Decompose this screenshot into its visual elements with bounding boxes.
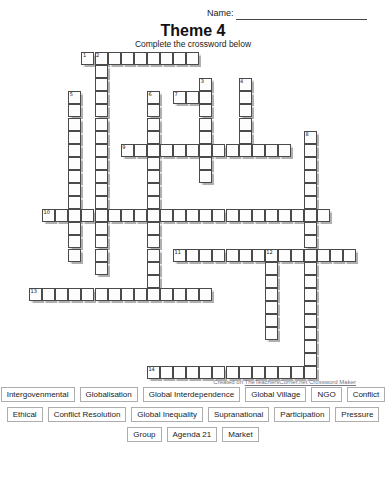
grid-cell[interactable]	[95, 144, 108, 157]
grid-cell[interactable]	[173, 366, 186, 379]
grid-cell[interactable]	[147, 275, 160, 288]
grid-cell[interactable]	[304, 235, 317, 248]
grid-cell[interactable]	[121, 288, 134, 301]
credit-link[interactable]: TheTeachersCorner.net Crossword Maker	[245, 379, 356, 385]
grid-cell[interactable]	[160, 288, 173, 301]
grid-cell[interactable]: 8	[304, 131, 317, 144]
grid-cell[interactable]	[330, 249, 343, 262]
grid-cell[interactable]	[95, 104, 108, 117]
grid-cell[interactable]	[239, 118, 252, 131]
grid-cell[interactable]	[304, 275, 317, 288]
grid-cell[interactable]	[95, 131, 108, 144]
grid-cell[interactable]	[199, 144, 212, 157]
grid-cell[interactable]	[239, 144, 252, 157]
grid-cell[interactable]	[226, 144, 239, 157]
word-bank-item: Global Inequality	[131, 407, 203, 422]
grid-cell[interactable]	[186, 249, 199, 262]
clue-number: 3	[201, 79, 204, 84]
name-label: Name:	[207, 8, 234, 18]
crossword-grid: 1234567891011121314	[29, 52, 357, 380]
word-bank-item: Conflict	[347, 387, 386, 402]
grid-cell[interactable]	[265, 327, 278, 340]
grid-cell[interactable]	[291, 366, 304, 379]
word-bank-item: Ethical	[7, 407, 43, 422]
grid-cell[interactable]	[173, 209, 186, 222]
grid-cell[interactable]	[68, 157, 81, 170]
grid-cell[interactable]	[55, 288, 68, 301]
grid-cell[interactable]	[239, 249, 252, 262]
grid-cell[interactable]	[304, 340, 317, 353]
grid-cell[interactable]	[147, 183, 160, 196]
clue-number: 7	[175, 92, 178, 97]
grid-cell[interactable]	[147, 288, 160, 301]
grid-cell[interactable]	[265, 262, 278, 275]
grid-cell[interactable]	[304, 222, 317, 235]
grid-cell[interactable]	[95, 249, 108, 262]
grid-cell[interactable]	[252, 209, 265, 222]
grid-cell[interactable]: 13	[29, 288, 42, 301]
grid-cell[interactable]	[186, 288, 199, 301]
page-title: Theme 4	[0, 22, 386, 40]
grid-cell[interactable]	[68, 183, 81, 196]
grid-cell[interactable]	[304, 209, 317, 222]
grid-cell[interactable]	[68, 104, 81, 117]
grid-cell[interactable]	[226, 366, 239, 379]
grid-cell[interactable]	[199, 288, 212, 301]
grid-cell[interactable]	[95, 235, 108, 248]
grid-cell[interactable]	[317, 209, 330, 222]
grid-cell[interactable]: 3	[199, 78, 212, 91]
grid-cell[interactable]	[278, 209, 291, 222]
grid-cell[interactable]	[212, 249, 225, 262]
clue-number: 6	[148, 92, 151, 97]
grid-cell[interactable]	[95, 196, 108, 209]
grid-cell[interactable]	[95, 170, 108, 183]
grid-cell[interactable]	[291, 209, 304, 222]
grid-cell[interactable]	[186, 366, 199, 379]
clue-number: 8	[306, 132, 309, 137]
grid-cell[interactable]	[199, 249, 212, 262]
grid-cell[interactable]	[95, 157, 108, 170]
grid-cell[interactable]	[278, 144, 291, 157]
grid-cell[interactable]	[265, 288, 278, 301]
grid-cell[interactable]: 7	[173, 91, 186, 104]
grid-cell[interactable]	[95, 262, 108, 275]
grid-cell[interactable]	[95, 118, 108, 131]
grid-cell[interactable]	[55, 209, 68, 222]
grid-cell[interactable]	[68, 209, 81, 222]
clue-number: 2	[96, 53, 99, 58]
grid-cell[interactable]	[186, 52, 199, 65]
grid-cell[interactable]: 9	[121, 144, 134, 157]
grid-cell[interactable]	[68, 170, 81, 183]
word-bank-row: GroupAgenda 21Market	[127, 427, 258, 442]
grid-cell[interactable]	[304, 314, 317, 327]
grid-cell[interactable]: 6	[147, 91, 160, 104]
grid-cell[interactable]	[265, 314, 278, 327]
clue-number: 5	[70, 92, 73, 97]
grid-cell[interactable]	[147, 222, 160, 235]
grid-cell[interactable]	[265, 209, 278, 222]
grid-cell[interactable]	[317, 249, 330, 262]
grid-cell[interactable]	[147, 131, 160, 144]
grid-cell[interactable]	[108, 288, 121, 301]
grid-cell[interactable]	[160, 52, 173, 65]
grid-cell[interactable]	[304, 144, 317, 157]
grid-cell[interactable]	[343, 249, 356, 262]
grid-cell[interactable]	[304, 301, 317, 314]
grid-cell[interactable]	[304, 262, 317, 275]
word-bank-item: Market	[222, 427, 258, 442]
grid-cell[interactable]	[147, 209, 160, 222]
grid-cell[interactable]	[95, 209, 108, 222]
clue-number: 11	[175, 250, 181, 255]
clue-number: 13	[31, 289, 37, 294]
grid-cell[interactable]	[147, 235, 160, 248]
grid-cell[interactable]	[108, 209, 121, 222]
grid-cell[interactable]	[265, 366, 278, 379]
grid-cell[interactable]	[160, 366, 173, 379]
grid-cell[interactable]: 10	[42, 209, 55, 222]
word-bank-item: Global Interdependence	[143, 387, 240, 402]
grid-cell[interactable]: 5	[68, 91, 81, 104]
word-bank-item: Pressure	[335, 407, 379, 422]
grid-cell[interactable]	[95, 288, 108, 301]
grid-cell[interactable]	[173, 288, 186, 301]
grid-cell[interactable]	[147, 262, 160, 275]
clue-number: 10	[44, 210, 50, 215]
grid-cell[interactable]	[304, 170, 317, 183]
grid-cell[interactable]	[199, 209, 212, 222]
grid-cell[interactable]	[134, 209, 147, 222]
grid-cell[interactable]	[42, 288, 55, 301]
grid-cell[interactable]	[199, 91, 212, 104]
word-bank-item: Conflict Resolution	[48, 407, 127, 422]
grid-cell[interactable]	[226, 209, 239, 222]
grid-cell[interactable]	[239, 131, 252, 144]
grid-cell[interactable]	[68, 235, 81, 248]
grid-cell[interactable]	[304, 288, 317, 301]
grid-cell[interactable]	[160, 209, 173, 222]
grid-cell[interactable]	[199, 170, 212, 183]
grid-cell[interactable]	[186, 91, 199, 104]
grid-cell[interactable]	[199, 118, 212, 131]
grid-cell[interactable]: 4	[239, 78, 252, 91]
grid-cell[interactable]	[134, 144, 147, 157]
grid-cell[interactable]	[95, 183, 108, 196]
grid-cell[interactable]	[199, 366, 212, 379]
grid-cell[interactable]	[212, 209, 225, 222]
grid-cell[interactable]	[304, 183, 317, 196]
grid-cell[interactable]: 1	[81, 52, 94, 65]
grid-cell[interactable]	[147, 118, 160, 131]
grid-cell[interactable]	[239, 209, 252, 222]
credit-prefix: Created on	[213, 379, 244, 385]
grid-cell[interactable]: 12	[265, 249, 278, 262]
clue-number: 1	[83, 53, 86, 58]
grid-cell[interactable]	[278, 249, 291, 262]
word-bank-item: Participation	[274, 407, 330, 422]
grid-cell[interactable]	[121, 209, 134, 222]
grid-cell[interactable]	[186, 144, 199, 157]
grid-cell[interactable]	[252, 144, 265, 157]
grid-cell[interactable]	[81, 209, 94, 222]
grid-cell[interactable]	[304, 353, 317, 366]
grid-cell[interactable]	[252, 249, 265, 262]
grid-cell[interactable]	[68, 249, 81, 262]
grid-cell[interactable]	[265, 275, 278, 288]
grid-cell[interactable]	[68, 222, 81, 235]
grid-cell[interactable]	[81, 288, 94, 301]
grid-cell[interactable]	[134, 288, 147, 301]
grid-cell[interactable]	[239, 366, 252, 379]
clue-number: 4	[240, 79, 243, 84]
grid-cell[interactable]	[304, 249, 317, 262]
grid-cell[interactable]	[304, 366, 317, 379]
word-bank-item: Global Village	[245, 387, 306, 402]
grid-cell[interactable]	[252, 366, 265, 379]
clue-number: 14	[148, 367, 154, 372]
grid-cell[interactable]	[212, 144, 225, 157]
clue-number: 12	[266, 250, 272, 255]
grid-cell[interactable]: 14	[147, 366, 160, 379]
grid-cell[interactable]	[265, 144, 278, 157]
word-bank: IntergovenmentalGlobalisationGlobal Inte…	[0, 387, 386, 442]
name-line[interactable]	[236, 18, 367, 20]
grid-cell[interactable]	[95, 78, 108, 91]
grid-cell[interactable]	[265, 301, 278, 314]
grid-cell[interactable]	[173, 52, 186, 65]
grid-cell[interactable]	[68, 131, 81, 144]
grid-cell[interactable]	[304, 327, 317, 340]
grid-cell[interactable]	[95, 65, 108, 78]
grid-cell[interactable]	[95, 91, 108, 104]
page-subtitle: Complete the crossword below	[0, 39, 386, 49]
grid-cell[interactable]	[147, 170, 160, 183]
grid-cell[interactable]	[147, 104, 160, 117]
grid-cell[interactable]	[304, 157, 317, 170]
grid-cell[interactable]	[108, 52, 121, 65]
grid-cell[interactable]	[68, 288, 81, 301]
word-bank-item: Group	[127, 427, 161, 442]
grid-cell[interactable]	[95, 222, 108, 235]
grid-cell[interactable]	[199, 131, 212, 144]
grid-cell[interactable]	[226, 249, 239, 262]
grid-cell[interactable]	[68, 118, 81, 131]
grid-cell[interactable]	[304, 196, 317, 209]
grid-cell[interactable]	[278, 366, 291, 379]
grid-cell[interactable]	[239, 91, 252, 104]
word-bank-item: Globalisation	[80, 387, 138, 402]
grid-cell[interactable]	[68, 196, 81, 209]
grid-cell[interactable]	[199, 157, 212, 170]
grid-cell[interactable]	[68, 144, 81, 157]
grid-cell[interactable]	[147, 249, 160, 262]
word-bank-row: IntergovenmentalGlobalisationGlobal Inte…	[1, 387, 386, 402]
grid-cell[interactable]: 11	[173, 249, 186, 262]
grid-cell[interactable]	[186, 209, 199, 222]
grid-cell[interactable]	[160, 144, 173, 157]
worksheet: Name: Theme 4 Complete the crossword bel…	[0, 0, 386, 500]
credit-line: Created on TheTeachersCorner.net Crosswo…	[213, 379, 356, 385]
grid-cell[interactable]	[134, 52, 147, 65]
grid-cell[interactable]	[147, 144, 160, 157]
grid-cell[interactable]	[121, 52, 134, 65]
word-bank-item: Agenda 21	[167, 427, 218, 442]
grid-cell[interactable]	[239, 104, 252, 117]
word-bank-item: NGO	[311, 387, 341, 402]
grid-cell[interactable]	[147, 52, 160, 65]
grid-cell[interactable]: 2	[95, 52, 108, 65]
grid-cell[interactable]	[212, 366, 225, 379]
grid-cell[interactable]	[147, 196, 160, 209]
grid-cell[interactable]	[147, 157, 160, 170]
grid-cell[interactable]	[199, 104, 212, 117]
clue-number: 9	[122, 145, 125, 150]
word-bank-item: Supranational	[208, 407, 269, 422]
word-bank-item: Intergovenmental	[1, 387, 75, 402]
grid-cell[interactable]	[173, 144, 186, 157]
word-bank-row: EthicalConflict ResolutionGlobal Inequal…	[7, 407, 380, 422]
grid-cell[interactable]	[291, 249, 304, 262]
